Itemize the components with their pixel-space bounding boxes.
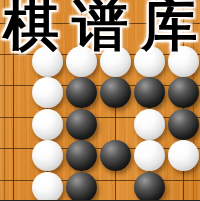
black-stone [66,109,97,140]
black-stone [134,77,165,108]
white-stone [32,140,63,171]
black-stone [168,77,199,108]
black-stone [168,109,199,140]
black-stone [66,172,97,201]
black-stone [134,172,165,201]
grid-line-horizontal [0,180,200,181]
white-stone [32,77,63,108]
black-stone [66,140,97,171]
white-stone [134,140,165,171]
white-stone [134,109,165,140]
app-title: 棋谱库 [3,0,200,56]
black-stone [100,140,131,171]
app-screen: 棋谱库 [0,0,200,200]
black-stone [100,77,131,108]
white-stone [168,140,199,171]
white-stone [32,109,63,140]
white-stone [32,172,63,201]
black-stone [66,77,97,108]
